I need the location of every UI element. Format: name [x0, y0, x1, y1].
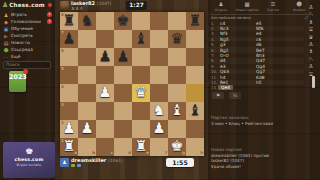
- app-window: ♟ Chess.com ♟Играть1◆Головоломки1▣Обучен…: [0, 0, 320, 180]
- top-player-bar: lasker82 (1047) ♙♙♗ 1:27: [60, 0, 204, 12]
- info-line: Удачи обоим!: [211, 164, 311, 170]
- white-rook-e1[interactable]: ♜: [132, 138, 150, 156]
- nav-label: Новости: [11, 40, 30, 45]
- white-move[interactable]: Qe4: [218, 85, 233, 90]
- square-h4[interactable]: [186, 84, 204, 102]
- black-pawn-d6[interactable]: ♟: [114, 48, 132, 66]
- top-player-avatar[interactable]: [60, 1, 69, 10]
- square-d2[interactable]: [114, 120, 132, 138]
- sidebar-item-Новости[interactable]: ▤Новости: [0, 39, 55, 46]
- square-c5[interactable]: [96, 66, 114, 84]
- logo-text: Chess.com: [9, 2, 44, 8]
- square-a5[interactable]: 5: [60, 66, 78, 84]
- chess-board[interactable]: 8♜♞♚♜7♟♝♛6♟♟54♟♛3♞♝♝2♟♟♟1a♜bcde♜fg♚h: [60, 12, 204, 156]
- black-queen-g7[interactable]: ♛: [168, 30, 186, 48]
- black-knight-b8[interactable]: ♞: [78, 12, 96, 30]
- square-b5[interactable]: [78, 66, 96, 84]
- file-label: d: [128, 151, 131, 155]
- piece-strip: ♙♘♗♖♕♙♗♘♙♖: [306, 4, 316, 78]
- white-pawn-a2[interactable]: ♟: [60, 120, 78, 138]
- nav-icon: ⋯: [3, 54, 9, 60]
- nav-badge: 1: [47, 12, 52, 17]
- top-player-rating: (1047): [97, 1, 112, 6]
- black-rook-h8[interactable]: ♜: [186, 12, 204, 30]
- opening-name: Английское начало: [211, 15, 309, 20]
- file-label: b: [92, 151, 95, 155]
- promo-year-label: 2023: [9, 73, 27, 81]
- square-h7[interactable]: [186, 30, 204, 48]
- square-d4[interactable]: [114, 84, 132, 102]
- nav-icon: ☻: [3, 47, 9, 53]
- square-c3[interactable]: [96, 102, 114, 120]
- square-e6[interactable]: [132, 48, 150, 66]
- square-b3[interactable]: [78, 102, 96, 120]
- square-f5[interactable]: [150, 66, 168, 84]
- file-label: c: [111, 151, 113, 155]
- game-panel: ♟Играть▦Новая партия☰Партии☻Игроки Англи…: [208, 0, 320, 180]
- logo-pawn-icon: ♟: [2, 1, 8, 9]
- black-rook-a8[interactable]: ♜: [60, 12, 78, 30]
- rank-label: 4: [61, 85, 64, 89]
- square-a6[interactable]: 6: [60, 48, 78, 66]
- black-clock: 1:27: [126, 1, 147, 10]
- nav-label: Обучение: [11, 26, 33, 31]
- black-bishop-h3[interactable]: ♝: [186, 102, 204, 120]
- game-actions: ⚑½: [212, 92, 241, 99]
- sidebar-item-Играть[interactable]: ♟Играть1: [0, 11, 55, 18]
- nav-label: Головоломки: [11, 19, 41, 24]
- square-f7[interactable]: [150, 30, 168, 48]
- nav-icon: ▶: [3, 33, 9, 39]
- tab-icon: ♟: [208, 1, 234, 8]
- square-c8[interactable]: [96, 12, 114, 30]
- promo-badge: [23, 69, 28, 74]
- nav-icon: ▤: [3, 40, 9, 46]
- square-h1[interactable]: h: [186, 138, 204, 156]
- square-f6[interactable]: [150, 48, 168, 66]
- square-e5[interactable]: [132, 66, 150, 84]
- white-king-g1[interactable]: ♚: [168, 138, 186, 156]
- square-e3[interactable]: [132, 102, 150, 120]
- rank-label: 6: [61, 49, 64, 53]
- bottom-player-avatar[interactable]: ♟: [60, 158, 69, 167]
- square-h2[interactable]: [186, 120, 204, 138]
- square-e2[interactable]: [132, 120, 150, 138]
- strip-piece-icon: ♙: [306, 63, 316, 70]
- sidebar-item-Смотреть[interactable]: ▶Смотреть: [0, 32, 55, 39]
- square-f8[interactable]: [150, 12, 168, 30]
- search-input[interactable]: Поиск: [3, 61, 51, 69]
- nav-icon: ♟: [3, 12, 9, 18]
- strip-piece-icon: ♖: [306, 26, 316, 33]
- move-row: 13.Qe4: [208, 85, 304, 90]
- notification-badge: [48, 3, 52, 7]
- scrollbar-thumb[interactable]: [312, 76, 315, 88]
- square-g5[interactable]: [168, 66, 186, 84]
- move-list: 1.c4e52.Nc3Nf63.Nf3e44.Ng5c65.g3d66.Bg2B…: [208, 21, 304, 91]
- square-b1[interactable]: b: [78, 138, 96, 156]
- white-pawn-f2[interactable]: ♟: [150, 120, 168, 138]
- black-bishop-e7[interactable]: ♝: [132, 30, 150, 48]
- sidebar: ♟ Chess.com ♟Играть1◆Головоломки1▣Обучен…: [0, 0, 55, 180]
- square-d1[interactable]: d: [114, 138, 132, 156]
- tab-label: Партии: [260, 8, 286, 12]
- square-a4[interactable]: 4: [60, 84, 78, 102]
- panel-tabs: ♟Играть▦Новая партия☰Партии☻Игроки: [208, 1, 312, 12]
- square-f4[interactable]: [150, 84, 168, 102]
- square-g2[interactable]: [168, 120, 186, 138]
- top-captured-pieces: ♙♙♗: [71, 6, 84, 11]
- square-b4[interactable]: [78, 84, 96, 102]
- file-label: h: [200, 151, 203, 155]
- square-a3[interactable]: 3: [60, 102, 78, 120]
- square-d5[interactable]: [114, 66, 132, 84]
- ad-banner[interactable]: ♚ chess.com Играй онлайн: [3, 142, 55, 178]
- rank-label: 3: [61, 103, 64, 107]
- logo[interactable]: ♟ Chess.com: [2, 1, 52, 9]
- move-number: 13.: [208, 85, 218, 90]
- ad-subtitle: Играй онлайн: [3, 163, 55, 167]
- ad-title: chess.com: [3, 157, 55, 162]
- tab-icon: ▦: [234, 1, 260, 8]
- square-d7[interactable]: [114, 30, 132, 48]
- tab-Новая партия[interactable]: ▦Новая партия: [234, 1, 260, 12]
- white-queen-e4[interactable]: ♛: [132, 84, 150, 102]
- square-e8[interactable]: [132, 12, 150, 30]
- tab-Партии[interactable]: ☰Партии: [260, 1, 286, 12]
- chat-messages: Новая партия:dreamskiller (1061) противl…: [211, 147, 311, 169]
- square-f1[interactable]: f: [150, 138, 168, 156]
- bottom-player-bar: ♟ dreamskiller (1061) 1:55: [60, 157, 204, 168]
- square-b6[interactable]: [78, 48, 96, 66]
- square-c7[interactable]: [96, 30, 114, 48]
- nav-label: Играть: [11, 12, 27, 17]
- tab-Играть[interactable]: ♟Играть: [208, 1, 234, 12]
- tab-icon: ☰: [260, 1, 286, 8]
- white-knight-f3[interactable]: ♞: [150, 102, 168, 120]
- sidebar-item-Обучение[interactable]: ▣Обучение: [0, 25, 55, 32]
- bottom-player-username: dreamskiller: [71, 157, 106, 163]
- white-pawn-c4[interactable]: ♟: [96, 84, 114, 102]
- square-h5[interactable]: [186, 66, 204, 84]
- tab-label: Новая партия: [234, 8, 260, 12]
- rank-label: 5: [61, 67, 64, 71]
- game-info: Партия началась3 мин • Блиц • Рейтингова…: [211, 115, 311, 126]
- bottom-player-badges: [71, 164, 81, 168]
- square-g4[interactable]: [168, 84, 186, 102]
- square-h6[interactable]: [186, 48, 204, 66]
- square-d3[interactable]: [114, 102, 132, 120]
- nav-icon: ▣: [3, 26, 9, 32]
- draw-button[interactable]: ½: [229, 92, 241, 99]
- tab-label: Играть: [208, 8, 234, 12]
- sidebar-item-Соцсреда[interactable]: ☻Соцсреда: [0, 46, 55, 53]
- square-c2[interactable]: [96, 120, 114, 138]
- info-line: 3 мин • Блиц • Рейтинговая: [211, 121, 311, 127]
- white-clock: 1:55: [166, 158, 194, 167]
- year-review-promo[interactable]: 2023: [9, 71, 26, 92]
- square-g6[interactable]: [168, 48, 186, 66]
- square-c1[interactable]: c: [96, 138, 114, 156]
- square-g8[interactable]: [168, 12, 186, 30]
- sidebar-item-Головоломки[interactable]: ◆Головоломки1: [0, 18, 55, 25]
- nav-icon: ◆: [3, 19, 9, 25]
- resign-button[interactable]: ⚑: [212, 92, 224, 99]
- streak-icon: [71, 164, 75, 168]
- sidebar-nav: ♟Играть1◆Головоломки1▣Обучение▶Смотреть▤…: [0, 11, 55, 60]
- sidebar-item-Ещё[interactable]: ⋯Ещё: [0, 53, 55, 60]
- white-bishop-g3[interactable]: ♝: [168, 102, 186, 120]
- membership-icon: [77, 164, 81, 168]
- file-label: f: [165, 151, 167, 155]
- bottom-player-name[interactable]: dreamskiller (1061): [71, 157, 123, 163]
- nav-label: Соцсреда: [11, 47, 33, 52]
- ad-king-icon: ♚: [3, 145, 55, 157]
- black-pawn-a7[interactable]: ♟: [60, 30, 78, 48]
- strip-piece-icon: ♗: [306, 48, 316, 55]
- square-b7[interactable]: [78, 30, 96, 48]
- bottom-player-rating: (1061): [108, 158, 123, 163]
- nav-label: Смотреть: [11, 33, 33, 38]
- strip-piece-icon: ♕: [306, 34, 316, 41]
- black-pawn-c6[interactable]: ♟: [96, 48, 114, 66]
- white-pawn-b2[interactable]: ♟: [78, 120, 96, 138]
- black-king-d8[interactable]: ♚: [114, 12, 132, 30]
- white-rook-a1[interactable]: ♜: [60, 138, 78, 156]
- nav-label: Ещё: [11, 54, 20, 59]
- strip-piece-icon: ♘: [306, 11, 316, 18]
- nav-badge: 1: [47, 19, 52, 24]
